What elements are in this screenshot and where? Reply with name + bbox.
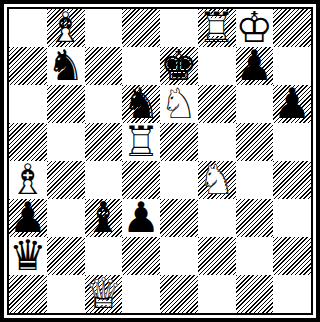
chess-board: ♝♗♜♖♚♔♞♚♟♞♞♘♟♜♖♝♗♞♘♟♝♟♛♛♕	[7, 7, 313, 315]
square-h1[interactable]	[273, 275, 311, 313]
square-b3[interactable]	[47, 199, 85, 237]
square-g3[interactable]	[236, 199, 274, 237]
black-bishop-glyph: ♝	[85, 199, 123, 237]
square-d5[interactable]: ♜♖	[122, 123, 160, 161]
square-f7[interactable]	[198, 47, 236, 85]
square-f8[interactable]: ♜♖	[198, 9, 236, 47]
square-a7[interactable]	[9, 47, 47, 85]
square-h8[interactable]	[273, 9, 311, 47]
piece-white-knight-e6[interactable]: ♞♘	[160, 85, 198, 123]
square-b1[interactable]	[47, 275, 85, 313]
square-b6[interactable]	[47, 85, 85, 123]
piece-white-queen-c1[interactable]: ♛♕	[85, 275, 123, 313]
square-c7[interactable]	[85, 47, 123, 85]
board-frame: ♝♗♜♖♚♔♞♚♟♞♞♘♟♜♖♝♗♞♘♟♝♟♛♛♕	[0, 0, 320, 322]
square-d8[interactable]	[122, 9, 160, 47]
square-b4[interactable]	[47, 161, 85, 199]
square-f3[interactable]	[198, 199, 236, 237]
piece-white-knight-f4[interactable]: ♞♘	[198, 161, 236, 199]
square-g1[interactable]	[236, 275, 274, 313]
square-f1[interactable]	[198, 275, 236, 313]
square-e5[interactable]	[160, 123, 198, 161]
square-e3[interactable]	[160, 199, 198, 237]
square-b2[interactable]	[47, 237, 85, 275]
piece-black-queen-a2[interactable]: ♛	[9, 237, 47, 275]
square-d1[interactable]	[122, 275, 160, 313]
square-b5[interactable]	[47, 123, 85, 161]
square-d3[interactable]: ♟	[122, 199, 160, 237]
white-rook-glyph: ♖	[198, 9, 236, 47]
square-h3[interactable]	[273, 199, 311, 237]
black-pawn-glyph: ♟	[273, 85, 311, 123]
square-c5[interactable]	[85, 123, 123, 161]
square-f2[interactable]	[198, 237, 236, 275]
square-a1[interactable]	[9, 275, 47, 313]
square-d2[interactable]	[122, 237, 160, 275]
square-h2[interactable]	[273, 237, 311, 275]
piece-black-pawn-h6[interactable]: ♟	[273, 85, 311, 123]
black-queen-glyph: ♛	[9, 237, 47, 275]
piece-black-pawn-g7[interactable]: ♟	[236, 47, 274, 85]
black-knight-glyph: ♞	[47, 47, 85, 85]
white-rook-glyph: ♖	[122, 123, 160, 161]
piece-black-knight-b7[interactable]: ♞	[47, 47, 85, 85]
square-g7[interactable]: ♟	[236, 47, 274, 85]
square-g2[interactable]	[236, 237, 274, 275]
black-pawn-glyph: ♟	[236, 47, 274, 85]
white-knight-glyph: ♘	[160, 85, 198, 123]
square-h4[interactable]	[273, 161, 311, 199]
square-f6[interactable]	[198, 85, 236, 123]
square-e1[interactable]	[160, 275, 198, 313]
piece-white-rook-f8[interactable]: ♜♖	[198, 9, 236, 47]
square-e4[interactable]	[160, 161, 198, 199]
square-e6[interactable]: ♞♘	[160, 85, 198, 123]
square-h6[interactable]: ♟	[273, 85, 311, 123]
white-knight-glyph: ♘	[198, 161, 236, 199]
piece-white-rook-d5[interactable]: ♜♖	[122, 123, 160, 161]
piece-black-pawn-d3[interactable]: ♟	[122, 199, 160, 237]
piece-black-bishop-c3[interactable]: ♝	[85, 199, 123, 237]
square-a2[interactable]: ♛	[9, 237, 47, 275]
square-g6[interactable]	[236, 85, 274, 123]
white-queen-glyph: ♕	[85, 275, 123, 313]
square-g5[interactable]	[236, 123, 274, 161]
square-c1[interactable]: ♛♕	[85, 275, 123, 313]
square-a6[interactable]	[9, 85, 47, 123]
square-c6[interactable]	[85, 85, 123, 123]
square-g4[interactable]	[236, 161, 274, 199]
square-c3[interactable]: ♝	[85, 199, 123, 237]
square-h5[interactable]	[273, 123, 311, 161]
square-e2[interactable]	[160, 237, 198, 275]
black-pawn-glyph: ♟	[122, 199, 160, 237]
square-a8[interactable]	[9, 9, 47, 47]
square-c8[interactable]	[85, 9, 123, 47]
square-f4[interactable]: ♞♘	[198, 161, 236, 199]
square-b7[interactable]: ♞	[47, 47, 85, 85]
